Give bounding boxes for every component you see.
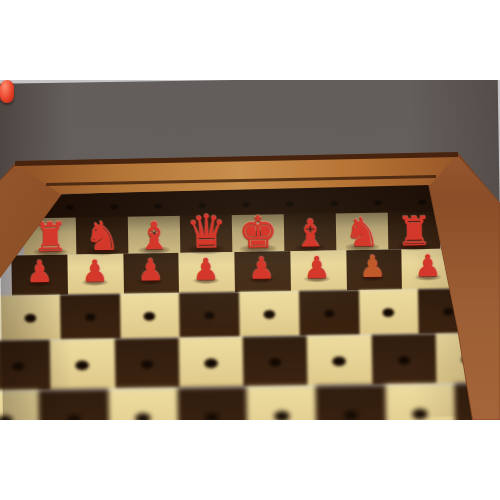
chess-piece-queen: ♛ <box>185 213 227 250</box>
board-scene: ♜♞♝♛♚♝♞♜♟♟♟♟♟♟♟♟ <box>0 80 500 420</box>
chess-piece-pawn: ♟ <box>81 259 108 283</box>
chess-piece-pawn: ♟ <box>248 256 275 280</box>
chess-piece-pawn: ♟ <box>414 254 441 278</box>
chess-piece-pawn: ♟ <box>192 257 219 281</box>
chess-piece-knight: ♞ <box>84 220 120 253</box>
chess-piece-rook: ♜ <box>396 215 432 248</box>
chess-piece-pawn: ♟ <box>26 260 53 284</box>
chess-piece-pawn: ♟ <box>359 255 386 279</box>
chess-piece-pawn: ♟ <box>137 258 164 282</box>
photo-of-chess-set: ♜♞♝♛♚♝♞♜♟♟♟♟♟♟♟♟ <box>0 80 500 420</box>
chess-piece-bishop: ♝ <box>137 221 172 252</box>
chess-piece-rook: ♜ <box>32 221 68 254</box>
chess-piece-bishop: ♝ <box>293 218 328 249</box>
chess-piece-king: ♚ <box>238 214 278 250</box>
pieces-layer: ♜♞♝♛♚♝♞♜♟♟♟♟♟♟♟♟ <box>0 80 500 420</box>
chess-piece-knight: ♞ <box>344 216 380 249</box>
chess-piece-pawn: ♟ <box>303 256 330 280</box>
